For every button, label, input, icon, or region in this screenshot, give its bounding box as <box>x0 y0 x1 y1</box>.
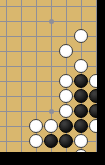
black-stone[interactable] <box>74 104 88 118</box>
black-stone[interactable] <box>44 134 58 148</box>
white-stone[interactable] <box>29 119 43 133</box>
black-stone[interactable] <box>74 119 88 133</box>
white-stone[interactable] <box>29 134 43 148</box>
star-point <box>49 109 54 114</box>
board-edge-right <box>97 0 105 165</box>
white-stone[interactable] <box>44 119 58 133</box>
board-edge-bottom <box>0 152 105 165</box>
grid-line-vertical <box>21 0 22 152</box>
white-stone[interactable] <box>74 29 88 43</box>
grid-line-vertical <box>6 0 7 152</box>
star-point <box>49 19 54 24</box>
white-stone[interactable] <box>59 44 73 58</box>
black-stone[interactable] <box>59 119 73 133</box>
go-board[interactable] <box>0 0 97 152</box>
black-stone[interactable] <box>74 74 88 88</box>
black-stone[interactable] <box>74 89 88 103</box>
go-app-screenshot <box>0 0 105 165</box>
grid-line-horizontal <box>0 6 97 7</box>
grid-line-horizontal <box>0 51 97 52</box>
white-stone[interactable] <box>59 89 73 103</box>
white-stone[interactable] <box>59 104 73 118</box>
black-stone[interactable] <box>59 134 73 148</box>
white-stone[interactable] <box>74 59 88 73</box>
white-stone[interactable] <box>74 134 88 148</box>
white-stone[interactable] <box>59 74 73 88</box>
